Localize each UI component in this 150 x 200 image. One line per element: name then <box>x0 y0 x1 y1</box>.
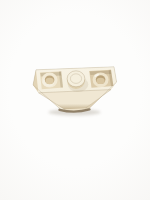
left-tube-hole-floor <box>46 78 54 84</box>
right-open-stud <box>89 70 113 88</box>
photo-canvas <box>0 0 150 200</box>
center-stud-top <box>67 71 85 87</box>
left-open-stud <box>40 71 63 89</box>
lego-brick-illustration <box>0 0 150 200</box>
right-tube-hole-floor <box>97 78 105 84</box>
